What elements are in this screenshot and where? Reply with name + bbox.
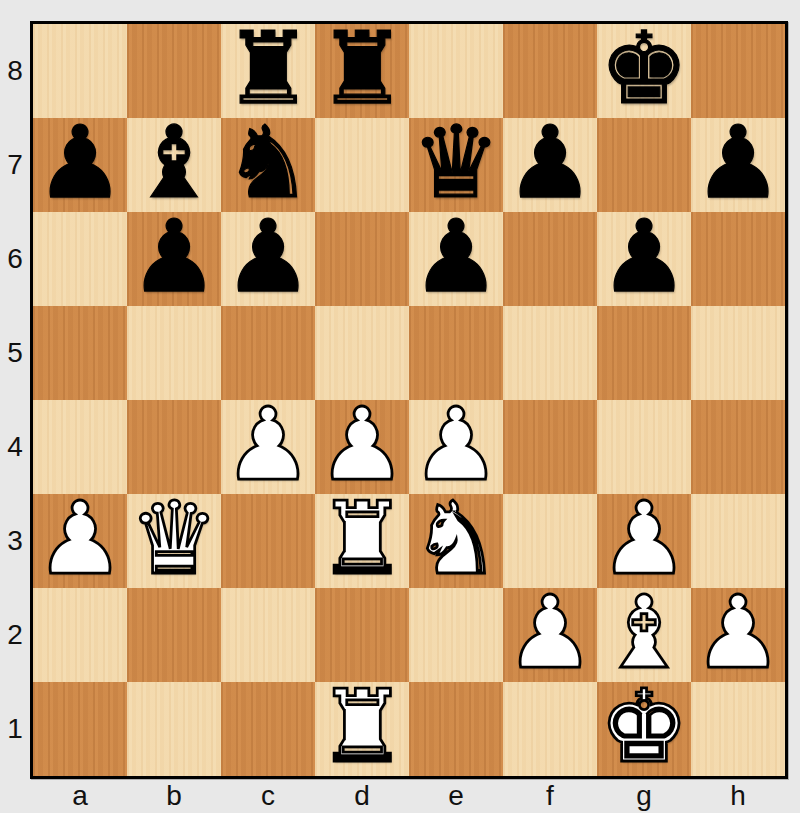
square-d3[interactable]: ♜ — [315, 494, 409, 588]
piece-black-pawn[interactable]: ♟ — [599, 207, 689, 307]
square-a5[interactable] — [33, 306, 127, 400]
square-d8[interactable]: ♜ — [315, 24, 409, 118]
square-e1[interactable] — [409, 682, 503, 776]
rank-label-8: 8 — [0, 24, 30, 118]
rank-label-3: 3 — [0, 494, 30, 588]
rank-label-4: 4 — [0, 400, 30, 494]
piece-white-pawn[interactable]: ♟ — [693, 583, 783, 683]
square-a1[interactable] — [33, 682, 127, 776]
square-c6[interactable]: ♟ — [221, 212, 315, 306]
square-f5[interactable] — [503, 306, 597, 400]
square-h2[interactable]: ♟ — [691, 588, 785, 682]
piece-black-rook[interactable]: ♜ — [317, 19, 407, 119]
piece-black-pawn[interactable]: ♟ — [505, 113, 595, 213]
square-c1[interactable] — [221, 682, 315, 776]
square-b2[interactable] — [127, 588, 221, 682]
file-label-f: f — [503, 779, 597, 813]
piece-white-queen[interactable]: ♛ — [129, 489, 219, 589]
file-label-a: a — [33, 779, 127, 813]
square-h5[interactable] — [691, 306, 785, 400]
square-e6[interactable]: ♟ — [409, 212, 503, 306]
square-f6[interactable] — [503, 212, 597, 306]
square-a7[interactable]: ♟ — [33, 118, 127, 212]
rank-label-2: 2 — [0, 588, 30, 682]
square-c4[interactable]: ♟ — [221, 400, 315, 494]
square-a3[interactable]: ♟ — [33, 494, 127, 588]
square-e3[interactable]: ♞ — [409, 494, 503, 588]
square-b3[interactable]: ♛ — [127, 494, 221, 588]
file-label-d: d — [315, 779, 409, 813]
file-label-h: h — [691, 779, 785, 813]
square-f7[interactable]: ♟ — [503, 118, 597, 212]
piece-white-king[interactable]: ♚ — [599, 677, 689, 777]
square-h4[interactable] — [691, 400, 785, 494]
square-d1[interactable]: ♜ — [315, 682, 409, 776]
square-c2[interactable] — [221, 588, 315, 682]
square-f1[interactable] — [503, 682, 597, 776]
square-g1[interactable]: ♚ — [597, 682, 691, 776]
piece-white-pawn[interactable]: ♟ — [35, 489, 125, 589]
piece-white-pawn[interactable]: ♟ — [505, 583, 595, 683]
square-d7[interactable] — [315, 118, 409, 212]
piece-black-pawn[interactable]: ♟ — [223, 207, 313, 307]
square-h7[interactable]: ♟ — [691, 118, 785, 212]
square-a6[interactable] — [33, 212, 127, 306]
square-b1[interactable] — [127, 682, 221, 776]
piece-black-king[interactable]: ♚ — [599, 19, 689, 119]
file-label-b: b — [127, 779, 221, 813]
rank-label-6: 6 — [0, 212, 30, 306]
square-b5[interactable] — [127, 306, 221, 400]
square-f2[interactable]: ♟ — [503, 588, 597, 682]
square-g5[interactable] — [597, 306, 691, 400]
chess-board-diagram: 87654321 ♜♜♚♟♝♞♛♟♟♟♟♟♟♟♟♟♟♛♜♞♟♟♝♟♜♚ abcd… — [0, 0, 800, 813]
square-c3[interactable] — [221, 494, 315, 588]
square-g6[interactable]: ♟ — [597, 212, 691, 306]
file-label-g: g — [597, 779, 691, 813]
piece-black-pawn[interactable]: ♟ — [129, 207, 219, 307]
piece-white-rook[interactable]: ♜ — [317, 489, 407, 589]
piece-black-pawn[interactable]: ♟ — [411, 207, 501, 307]
piece-white-knight[interactable]: ♞ — [411, 489, 501, 589]
piece-white-rook[interactable]: ♜ — [317, 677, 407, 777]
square-a2[interactable] — [33, 588, 127, 682]
piece-white-pawn[interactable]: ♟ — [223, 395, 313, 495]
file-label-e: e — [409, 779, 503, 813]
square-d6[interactable] — [315, 212, 409, 306]
file-labels: abcdefgh — [33, 779, 785, 813]
square-f4[interactable] — [503, 400, 597, 494]
square-g8[interactable]: ♚ — [597, 24, 691, 118]
chess-board: ♜♜♚♟♝♞♛♟♟♟♟♟♟♟♟♟♟♛♜♞♟♟♝♟♜♚ — [30, 21, 788, 779]
square-b6[interactable]: ♟ — [127, 212, 221, 306]
piece-black-pawn[interactable]: ♟ — [693, 113, 783, 213]
piece-black-pawn[interactable]: ♟ — [35, 113, 125, 213]
square-e2[interactable] — [409, 588, 503, 682]
rank-labels: 87654321 — [0, 24, 30, 776]
rank-label-7: 7 — [0, 118, 30, 212]
square-h6[interactable] — [691, 212, 785, 306]
file-label-c: c — [221, 779, 315, 813]
rank-label-5: 5 — [0, 306, 30, 400]
rank-label-1: 1 — [0, 682, 30, 776]
square-h1[interactable] — [691, 682, 785, 776]
